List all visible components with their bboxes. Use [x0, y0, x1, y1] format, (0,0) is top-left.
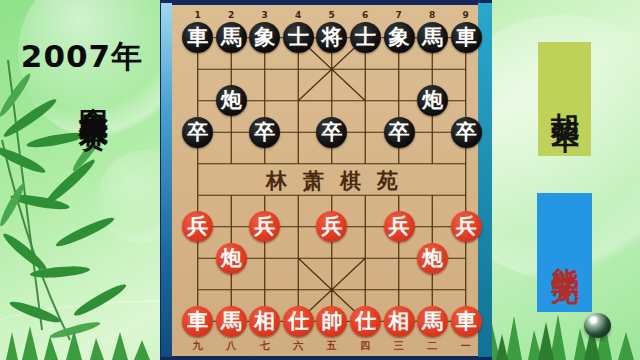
piece-red-elephant[interactable]: 相: [249, 306, 280, 337]
file-label: 8: [429, 10, 435, 20]
file-label: 四: [360, 339, 370, 353]
piece-black-elephant[interactable]: 象: [384, 22, 415, 53]
water-droplet: [584, 313, 611, 338]
piece-red-horse[interactable]: 馬: [216, 306, 247, 337]
broadcast-frame: 2007年 全国象棋个人赛 123456789 九八七六五四三二一 林萧棋苑 車…: [0, 0, 640, 360]
piece-red-soldier[interactable]: 兵: [451, 211, 482, 242]
piece-black-chariot[interactable]: 車: [451, 22, 482, 53]
piece-black-chariot[interactable]: 車: [182, 22, 213, 53]
file-label: 九: [193, 339, 203, 353]
file-labels-bottom: 九八七六五四三二一: [181, 339, 483, 351]
piece-red-chariot[interactable]: 車: [182, 306, 213, 337]
player-name-black: 胡荣华: [538, 42, 591, 156]
piece-black-horse[interactable]: 馬: [216, 22, 247, 53]
board-grid[interactable]: 車馬象士将士象馬車炮炮卒卒卒卒卒兵兵兵兵兵炮炮車馬相仕帥仕相馬車: [181, 22, 483, 337]
player-name-black-text: 胡荣华: [546, 90, 584, 108]
piece-black-soldier[interactable]: 卒: [182, 117, 213, 148]
grass-decoration: [480, 310, 640, 360]
piece-black-elephant[interactable]: 象: [249, 22, 280, 53]
piece-black-advisor[interactable]: 士: [283, 22, 314, 53]
piece-red-soldier[interactable]: 兵: [182, 211, 213, 242]
file-label: 3: [262, 10, 268, 20]
piece-red-horse[interactable]: 馬: [417, 306, 448, 337]
file-label: 八: [226, 339, 236, 353]
event-year: 2007年: [0, 36, 164, 78]
file-label: 七: [260, 339, 270, 353]
piece-red-soldier[interactable]: 兵: [384, 211, 415, 242]
piece-red-general[interactable]: 帥: [316, 306, 347, 337]
file-label: 4: [295, 10, 301, 20]
file-label: 2: [228, 10, 234, 20]
piece-black-soldier[interactable]: 卒: [316, 117, 347, 148]
piece-red-advisor[interactable]: 仕: [350, 306, 381, 337]
piece-red-elephant[interactable]: 相: [384, 306, 415, 337]
piece-black-soldier[interactable]: 卒: [451, 117, 482, 148]
piece-black-general[interactable]: 将: [316, 22, 347, 53]
file-labels-top: 123456789: [181, 10, 483, 22]
piece-red-soldier[interactable]: 兵: [249, 211, 280, 242]
piece-black-soldier[interactable]: 卒: [384, 117, 415, 148]
piece-red-cannon[interactable]: 炮: [216, 243, 247, 274]
player-name-red: 熊学元: [537, 193, 592, 312]
file-label: 六: [293, 339, 303, 353]
piece-black-cannon[interactable]: 炮: [417, 85, 448, 116]
piece-red-chariot[interactable]: 車: [451, 306, 482, 337]
piece-black-soldier[interactable]: 卒: [249, 117, 280, 148]
piece-red-cannon[interactable]: 炮: [417, 243, 448, 274]
piece-red-advisor[interactable]: 仕: [283, 306, 314, 337]
board-frame-left-strip: [161, 3, 172, 357]
event-title: 全国象棋个人赛: [74, 84, 114, 98]
file-label: 6: [362, 10, 368, 20]
piece-red-soldier[interactable]: 兵: [316, 211, 347, 242]
file-label: 1: [195, 10, 201, 20]
file-label: 三: [394, 339, 404, 353]
file-label: 9: [463, 10, 469, 20]
file-label: 一: [461, 339, 471, 353]
piece-black-advisor[interactable]: 士: [350, 22, 381, 53]
piece-black-horse[interactable]: 馬: [417, 22, 448, 53]
file-label: 二: [427, 339, 437, 353]
piece-black-cannon[interactable]: 炮: [216, 85, 247, 116]
file-label: 五: [327, 339, 337, 353]
file-label: 7: [396, 10, 402, 20]
file-label: 5: [329, 10, 335, 20]
player-name-red-text: 熊学元: [546, 244, 584, 262]
